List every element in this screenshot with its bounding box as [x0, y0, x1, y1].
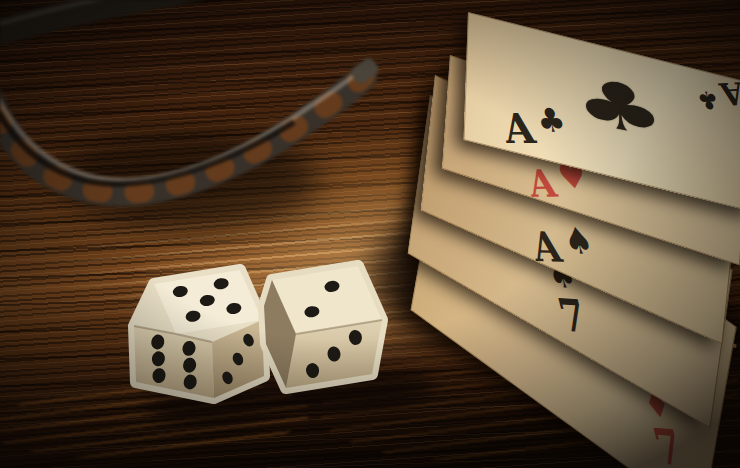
- pair-of-dice: [0, 0, 740, 468]
- still-life-photo: ♦ 7 ♠ 7 A ♠ A ♥ ♣ A ♣ A ♣: [0, 0, 740, 468]
- die-2: [264, 266, 382, 388]
